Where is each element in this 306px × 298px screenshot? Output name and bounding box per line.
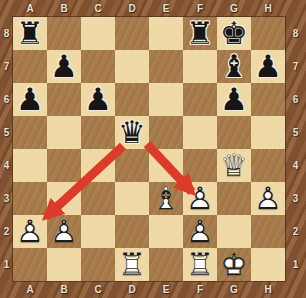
square-h8[interactable] xyxy=(251,17,285,50)
square-f6[interactable] xyxy=(183,83,217,116)
white-rook-fill: ♜ xyxy=(183,248,217,281)
square-b1[interactable] xyxy=(47,248,81,281)
white-pawn[interactable]: ♙ xyxy=(183,182,217,215)
square-e7[interactable] xyxy=(149,50,183,83)
white-pawn-fill: ♟ xyxy=(183,215,217,248)
file-label-bottom-h: H xyxy=(251,281,285,298)
square-d6[interactable] xyxy=(115,83,149,116)
square-b2[interactable]: ♟♙ xyxy=(47,215,81,248)
file-label-top-f: F xyxy=(183,0,217,17)
black-queen[interactable]: ♛ xyxy=(115,116,149,149)
chess-board: ♜♜♚♟♝♟♟♟♟♛♛♕♝♗♟♙♟♙♟♙♟♙♟♙♜♖♜♖♚♔ xyxy=(13,17,285,281)
square-d3[interactable] xyxy=(115,182,149,215)
black-bishop[interactable]: ♝ xyxy=(217,50,251,83)
rank-label-left-6: 6 xyxy=(0,83,13,116)
file-label-top-g: G xyxy=(217,0,251,17)
square-g4[interactable]: ♛♕ xyxy=(217,149,251,182)
square-c8[interactable] xyxy=(81,17,115,50)
square-b5[interactable] xyxy=(47,116,81,149)
white-queen[interactable]: ♕ xyxy=(217,149,251,182)
square-g2[interactable] xyxy=(217,215,251,248)
rank-label-right-1: 1 xyxy=(285,248,306,281)
square-a1[interactable] xyxy=(13,248,47,281)
rank-label-right-2: 2 xyxy=(285,215,306,248)
rank-labels-right: 87654321 xyxy=(285,17,306,281)
rank-labels-left: 87654321 xyxy=(0,17,13,281)
square-d5[interactable]: ♛ xyxy=(115,116,149,149)
white-pawn[interactable]: ♙ xyxy=(13,215,47,248)
square-e1[interactable] xyxy=(149,248,183,281)
square-a5[interactable] xyxy=(13,116,47,149)
square-d8[interactable] xyxy=(115,17,149,50)
square-f4[interactable] xyxy=(183,149,217,182)
square-b4[interactable] xyxy=(47,149,81,182)
rank-label-left-4: 4 xyxy=(0,149,13,182)
square-a3[interactable] xyxy=(13,182,47,215)
black-rook[interactable]: ♜ xyxy=(183,17,217,50)
square-c6[interactable]: ♟ xyxy=(81,83,115,116)
black-pawn[interactable]: ♟ xyxy=(251,50,285,83)
square-f3[interactable]: ♟♙ xyxy=(183,182,217,215)
square-b7[interactable]: ♟ xyxy=(47,50,81,83)
white-bishop-fill: ♝ xyxy=(149,182,183,215)
rank-label-left-3: 3 xyxy=(0,182,13,215)
white-rook-fill: ♜ xyxy=(115,248,149,281)
square-e2[interactable] xyxy=(149,215,183,248)
rank-label-left-2: 2 xyxy=(0,215,13,248)
file-label-bottom-b: B xyxy=(47,281,81,298)
black-pawn[interactable]: ♟ xyxy=(81,83,115,116)
square-b3[interactable] xyxy=(47,182,81,215)
file-labels-top: ABCDEFGH xyxy=(13,0,285,17)
square-d1[interactable]: ♜♖ xyxy=(115,248,149,281)
square-g3[interactable] xyxy=(217,182,251,215)
rank-label-right-5: 5 xyxy=(285,116,306,149)
rank-label-right-7: 7 xyxy=(285,50,306,83)
square-e3[interactable]: ♝♗ xyxy=(149,182,183,215)
rank-label-left-5: 5 xyxy=(0,116,13,149)
black-rook[interactable]: ♜ xyxy=(13,17,47,50)
file-label-bottom-f: F xyxy=(183,281,217,298)
square-f8[interactable]: ♜ xyxy=(183,17,217,50)
square-d2[interactable] xyxy=(115,215,149,248)
square-f5[interactable] xyxy=(183,116,217,149)
chess-diagram: ABCDEFGH ABCDEFGH 87654321 87654321 ♜♜♚♟… xyxy=(0,0,306,298)
file-label-top-h: H xyxy=(251,0,285,17)
file-label-bottom-g: G xyxy=(217,281,251,298)
white-king-fill: ♚ xyxy=(217,248,251,281)
white-bishop[interactable]: ♗ xyxy=(149,182,183,215)
square-a6[interactable]: ♟ xyxy=(13,83,47,116)
square-g1[interactable]: ♚♔ xyxy=(217,248,251,281)
square-g7[interactable]: ♝ xyxy=(217,50,251,83)
square-h2[interactable] xyxy=(251,215,285,248)
white-pawn[interactable]: ♙ xyxy=(183,215,217,248)
square-a4[interactable] xyxy=(13,149,47,182)
square-d7[interactable] xyxy=(115,50,149,83)
square-h7[interactable]: ♟ xyxy=(251,50,285,83)
white-pawn-fill: ♟ xyxy=(183,182,217,215)
square-c3[interactable] xyxy=(81,182,115,215)
rank-label-left-7: 7 xyxy=(0,50,13,83)
white-rook[interactable]: ♖ xyxy=(115,248,149,281)
square-h5[interactable] xyxy=(251,116,285,149)
square-e5[interactable] xyxy=(149,116,183,149)
square-d4[interactable] xyxy=(115,149,149,182)
white-rook[interactable]: ♖ xyxy=(183,248,217,281)
black-pawn[interactable]: ♟ xyxy=(47,50,81,83)
file-label-bottom-c: C xyxy=(81,281,115,298)
square-g6[interactable]: ♟ xyxy=(217,83,251,116)
white-king[interactable]: ♔ xyxy=(217,248,251,281)
file-label-top-a: A xyxy=(13,0,47,17)
square-g8[interactable]: ♚ xyxy=(217,17,251,50)
square-a8[interactable]: ♜ xyxy=(13,17,47,50)
square-c4[interactable] xyxy=(81,149,115,182)
white-pawn[interactable]: ♙ xyxy=(47,215,81,248)
square-e4[interactable] xyxy=(149,149,183,182)
square-h1[interactable] xyxy=(251,248,285,281)
file-labels-bottom: ABCDEFGH xyxy=(13,281,285,298)
square-a7[interactable] xyxy=(13,50,47,83)
black-king[interactable]: ♚ xyxy=(217,17,251,50)
file-label-top-b: B xyxy=(47,0,81,17)
file-label-bottom-d: D xyxy=(115,281,149,298)
square-c5[interactable] xyxy=(81,116,115,149)
square-h3[interactable]: ♟♙ xyxy=(251,182,285,215)
white-pawn-fill: ♟ xyxy=(47,215,81,248)
white-queen-fill: ♛ xyxy=(217,149,251,182)
rank-label-right-3: 3 xyxy=(285,182,306,215)
file-label-top-e: E xyxy=(149,0,183,17)
square-e8[interactable] xyxy=(149,17,183,50)
white-pawn[interactable]: ♙ xyxy=(251,182,285,215)
square-c2[interactable] xyxy=(81,215,115,248)
square-g5[interactable] xyxy=(217,116,251,149)
square-b6[interactable] xyxy=(47,83,81,116)
file-label-top-d: D xyxy=(115,0,149,17)
square-c7[interactable] xyxy=(81,50,115,83)
rank-label-right-8: 8 xyxy=(285,17,306,50)
square-c1[interactable] xyxy=(81,248,115,281)
square-b8[interactable] xyxy=(47,17,81,50)
square-f7[interactable] xyxy=(183,50,217,83)
rank-label-left-8: 8 xyxy=(0,17,13,50)
square-h6[interactable] xyxy=(251,83,285,116)
file-label-bottom-a: A xyxy=(13,281,47,298)
square-e6[interactable] xyxy=(149,83,183,116)
rank-label-left-1: 1 xyxy=(0,248,13,281)
rank-label-right-6: 6 xyxy=(285,83,306,116)
square-f1[interactable]: ♜♖ xyxy=(183,248,217,281)
square-a2[interactable]: ♟♙ xyxy=(13,215,47,248)
rank-label-right-4: 4 xyxy=(285,149,306,182)
white-pawn-fill: ♟ xyxy=(251,182,285,215)
black-pawn[interactable]: ♟ xyxy=(217,83,251,116)
square-h4[interactable] xyxy=(251,149,285,182)
square-f2[interactable]: ♟♙ xyxy=(183,215,217,248)
file-label-top-c: C xyxy=(81,0,115,17)
file-label-bottom-e: E xyxy=(149,281,183,298)
black-pawn[interactable]: ♟ xyxy=(13,83,47,116)
white-pawn-fill: ♟ xyxy=(13,215,47,248)
